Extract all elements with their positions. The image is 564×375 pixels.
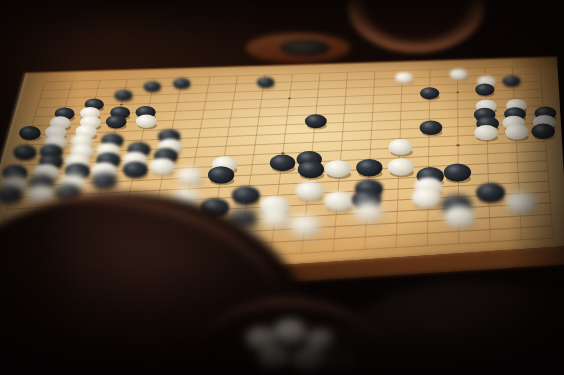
black-stone: [356, 159, 383, 178]
white-stone: [353, 201, 384, 224]
black-stone: [476, 116, 499, 132]
grid-line: [513, 67, 522, 240]
grid-line: [271, 74, 293, 255]
grid-line: [7, 181, 549, 209]
white-stone-in-bowl: [326, 352, 356, 375]
star-point: [89, 227, 94, 230]
white-stone: [477, 76, 496, 89]
white-stone: [80, 107, 100, 121]
black-stone: [39, 144, 63, 161]
black-stone: [297, 151, 323, 169]
white-stone: [176, 167, 203, 186]
black-stone: [127, 142, 151, 159]
white-stone: [172, 188, 200, 209]
white-stone: [75, 125, 97, 140]
black-stone: [257, 77, 275, 89]
black-stone: [0, 186, 23, 206]
white-stone: [212, 156, 238, 174]
black-stone: [200, 198, 229, 220]
black-stone: [106, 115, 127, 130]
black-stone: [143, 81, 161, 93]
white-stone: [71, 134, 94, 150]
dark-bowl-foreground: [0, 192, 315, 375]
black-stone: [2, 165, 28, 183]
white-stone-in-bowl: [246, 328, 276, 350]
photo-stage: Mid-game Go position on a wooden goban, …: [0, 0, 564, 375]
white-stone: [506, 99, 527, 114]
white-stone: [388, 158, 415, 177]
stone-bowl-top-right: [348, 0, 484, 52]
grid-line: [176, 77, 210, 261]
board-front-edge: [0, 246, 564, 302]
white-stone: [80, 116, 101, 131]
white-stone: [27, 185, 54, 205]
black-stone: [305, 114, 327, 129]
grid-line: [0, 203, 550, 233]
vignette: [0, 0, 564, 375]
star-point: [106, 160, 110, 162]
black-stone: [502, 75, 521, 88]
dark-bowl-rim-highlight: [0, 173, 292, 375]
black-stone: [91, 173, 118, 192]
black-stone: [101, 133, 124, 149]
grid-line: [51, 80, 100, 268]
black-stone: [352, 190, 381, 212]
white-stone-in-bowl: [292, 348, 326, 374]
grid-line: [540, 66, 553, 238]
white-stone: [295, 181, 323, 202]
grid-line: [145, 78, 183, 263]
go-board: [0, 0, 564, 375]
depth-of-field-near: [0, 0, 564, 375]
white-stone: [65, 153, 90, 170]
white-stone: [388, 139, 413, 156]
grid-line: [17, 151, 547, 176]
black-stone: [110, 106, 130, 120]
blurred-table-foreground: [322, 282, 564, 375]
black-stone: [65, 163, 91, 181]
white-stone: [34, 164, 60, 182]
star-point: [281, 152, 285, 154]
white-stone-heap: [228, 318, 378, 375]
grid-line: [427, 70, 430, 246]
white-stone: [412, 188, 441, 210]
grid-line: [365, 71, 375, 249]
black-stone: [232, 186, 260, 207]
white-stone-bowl-rim: [189, 290, 402, 375]
white-stone: [44, 135, 67, 151]
black-stone: [123, 161, 149, 179]
black-stone: [192, 233, 225, 258]
grid-line: [114, 78, 155, 264]
grid-line: [0, 238, 553, 272]
star-point: [273, 217, 278, 220]
black-stone: [420, 120, 443, 136]
white-stone: [261, 207, 292, 230]
black-stone: [96, 152, 121, 169]
white-stone-in-bowl: [274, 320, 306, 344]
black-stone: [158, 129, 181, 145]
grid-line: [37, 89, 541, 107]
background: [0, 0, 564, 375]
white-stone: [450, 69, 468, 81]
grid-line: [10, 171, 548, 198]
grid-line: [82, 79, 127, 266]
white-stone: [225, 231, 258, 256]
black-stone: [154, 148, 179, 165]
black-stone: [173, 78, 191, 90]
white-stone: [502, 116, 525, 132]
grid-line: [19, 81, 72, 270]
grid-line: [40, 81, 541, 99]
black-stone: [270, 155, 296, 173]
black-stone: [168, 210, 199, 233]
black-stone: [417, 167, 444, 187]
black-stone: [475, 84, 495, 97]
star-point: [456, 206, 461, 209]
white-stone: [414, 177, 442, 198]
grid-line: [35, 97, 543, 116]
black-stone: [114, 90, 133, 103]
white-stone: [533, 115, 556, 131]
black-stone: [298, 161, 325, 180]
grid-line: [32, 106, 543, 126]
white-stone: [505, 124, 529, 141]
grid-line: [14, 161, 548, 187]
star-point: [120, 104, 123, 106]
grid-line: [45, 66, 540, 82]
white-stone: [260, 196, 289, 218]
grid-line: [458, 69, 459, 244]
white-stone: [92, 162, 118, 180]
black-stone: [39, 154, 64, 171]
grid-line: [239, 75, 265, 257]
black-stone: [13, 145, 37, 162]
grid-line: [396, 70, 402, 247]
grid-line: [302, 73, 320, 253]
white-stone: [289, 214, 321, 238]
grid-line: [20, 141, 546, 165]
depth-of-field-far: [0, 0, 564, 375]
white-stone: [474, 125, 498, 142]
grid-line: [29, 114, 544, 135]
black-stone: [208, 166, 235, 185]
white-stone: [324, 191, 353, 213]
black-stone: [531, 124, 555, 141]
star-point: [456, 144, 460, 146]
board-surface: [0, 57, 564, 286]
white-stone: [158, 139, 182, 156]
white-stone: [149, 158, 175, 176]
grid-line: [485, 68, 490, 242]
white-stone: [444, 206, 476, 230]
white-stone: [395, 72, 413, 84]
caption: Mid-game Go position on a wooden goban, …: [0, 0, 1, 1]
black-stone: [85, 98, 105, 111]
white-stone: [136, 115, 157, 130]
grid-line: [23, 132, 545, 155]
black-stone: [55, 107, 75, 121]
board-left-edge: [0, 73, 26, 286]
white-stone: [45, 125, 67, 140]
grid-line: [333, 72, 347, 251]
white-stone: [123, 152, 148, 169]
black-stone: [441, 195, 472, 218]
grid-line: [42, 74, 540, 91]
black-stone: [444, 163, 471, 183]
white-stone: [97, 143, 121, 160]
black-stone: [535, 107, 557, 122]
white-stone: [70, 143, 94, 160]
black-stone: [355, 179, 383, 200]
white-stone: [325, 160, 352, 179]
grid-line: [0, 214, 551, 246]
grid-line: [208, 76, 238, 259]
black-stone: [420, 87, 440, 100]
black-stone: [504, 107, 526, 122]
black-stone: [228, 208, 259, 231]
white-stone: [1, 175, 28, 194]
white-stone-in-bowl: [306, 330, 336, 352]
black-stone: [476, 183, 505, 205]
grid-line: [26, 123, 544, 145]
white-stone: [476, 100, 497, 115]
white-stone: [50, 116, 71, 131]
grid-line: [0, 226, 552, 259]
captured-black-stones: [280, 40, 330, 56]
black-stone: [28, 174, 55, 193]
grid-line: [3, 192, 549, 221]
white-stone-in-bowl: [258, 346, 290, 370]
bowl-lid: [246, 33, 350, 63]
white-stone: [60, 173, 87, 192]
star-point: [456, 91, 459, 93]
white-stone-bowl: [200, 310, 390, 375]
grid-line: [0, 82, 45, 272]
black-stone: [474, 108, 496, 123]
black-stone: [55, 184, 82, 204]
black-stone: [136, 106, 156, 120]
black-stone: [19, 126, 41, 141]
white-stone: [506, 192, 537, 215]
star-point: [288, 98, 291, 100]
